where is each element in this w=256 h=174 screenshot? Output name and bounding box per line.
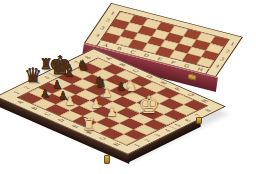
light-rook: ♜ [81,117,97,133]
dark-bishop: ♝ [61,63,77,79]
dark-knight-1: ♞ [76,58,90,72]
dark-pawn-2: ♟ [40,88,51,99]
dark-queen: ♛ [23,65,43,85]
light-pawn-1: ♟ [64,95,76,107]
pieces-layer: ♜♞♚♝♛♞♟♟♞♟♟♟♟♟♚♟♜ [0,0,256,174]
light-pawn-4: ♟ [106,106,118,118]
product-photo-scene: 1234 1234 ABCDEFGH 12345678 12345678 ABC… [0,0,256,174]
light-king: ♚ [137,93,161,117]
light-pawn-3: ♟ [101,87,113,99]
light-pawn-2: ♟ [90,98,102,110]
